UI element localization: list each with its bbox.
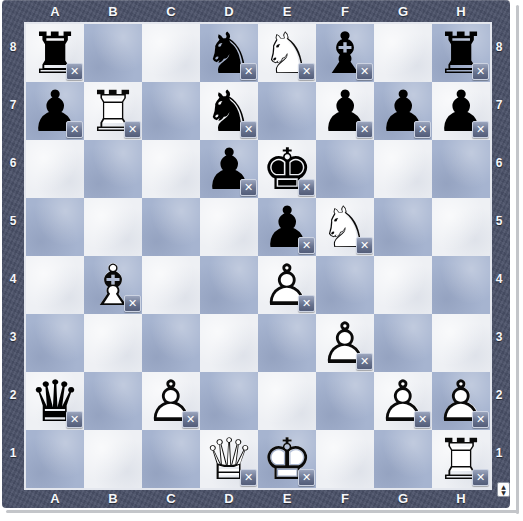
x-marker-icon: ✕ [124, 295, 141, 312]
rank-label-right-1: 1 [496, 446, 503, 460]
square-d4[interactable] [200, 256, 258, 314]
square-f7[interactable]: ♟✕ [316, 82, 374, 140]
square-h1[interactable]: ♜♖✕ [432, 430, 490, 488]
x-marker-icon: ✕ [472, 411, 489, 428]
rank-label-right-3: 3 [496, 330, 503, 344]
square-b3[interactable] [84, 314, 142, 372]
square-g6[interactable] [374, 140, 432, 198]
file-label-bottom-d: D [224, 491, 233, 506]
rank-label-right-5: 5 [496, 214, 503, 228]
square-c6[interactable] [142, 140, 200, 198]
rank-label-left-2: 2 [10, 388, 17, 402]
x-marker-icon: ✕ [298, 295, 315, 312]
square-a4[interactable] [26, 256, 84, 314]
file-label-top-a: A [50, 4, 59, 19]
square-f8[interactable]: ♝✕ [316, 24, 374, 82]
rank-label-right-4: 4 [496, 272, 503, 286]
drop-shadow-right [516, 5, 519, 514]
x-marker-icon: ✕ [298, 63, 315, 80]
x-marker-icon: ✕ [298, 469, 315, 486]
rank-label-left-5: 5 [10, 214, 17, 228]
file-label-bottom-a: A [50, 491, 59, 506]
file-label-bottom-b: B [108, 491, 117, 506]
square-e5[interactable]: ♟✕ [258, 198, 316, 256]
square-f2[interactable] [316, 372, 374, 430]
square-a5[interactable] [26, 198, 84, 256]
rank-label-left-7: 7 [10, 98, 17, 112]
x-marker-icon: ✕ [240, 63, 257, 80]
x-marker-icon: ✕ [298, 179, 315, 196]
square-d5[interactable] [200, 198, 258, 256]
file-label-top-d: D [224, 4, 233, 19]
rank-label-left-4: 4 [10, 272, 17, 286]
square-e4[interactable]: ♟♙✕ [258, 256, 316, 314]
square-b7[interactable]: ♜♖✕ [84, 82, 142, 140]
square-d1[interactable]: ♛♕✕ [200, 430, 258, 488]
square-a6[interactable] [26, 140, 84, 198]
chess-board: ♜✕♞✕♞♘✕♝✕♜✕♟✕♜♖✕♞✕♟✕♟✕♟✕♟✕♚✕♟✕♞♘✕♝♗✕♟♙✕♟… [24, 22, 492, 490]
square-h5[interactable] [432, 198, 490, 256]
square-e8[interactable]: ♞♘✕ [258, 24, 316, 82]
square-a7[interactable]: ♟✕ [26, 82, 84, 140]
square-d2[interactable] [200, 372, 258, 430]
square-g7[interactable]: ♟✕ [374, 82, 432, 140]
rank-label-left-8: 8 [10, 40, 17, 54]
square-h7[interactable]: ♟✕ [432, 82, 490, 140]
square-g3[interactable] [374, 314, 432, 372]
square-c4[interactable] [142, 256, 200, 314]
square-f1[interactable] [316, 430, 374, 488]
square-b8[interactable] [84, 24, 142, 82]
square-g8[interactable] [374, 24, 432, 82]
file-label-bottom-f: F [341, 491, 349, 506]
square-c1[interactable] [142, 430, 200, 488]
square-b4[interactable]: ♝♗✕ [84, 256, 142, 314]
x-marker-icon: ✕ [66, 121, 83, 138]
square-c7[interactable] [142, 82, 200, 140]
x-marker-icon: ✕ [66, 411, 83, 428]
square-c3[interactable] [142, 314, 200, 372]
rank-label-right-6: 6 [496, 156, 503, 170]
square-a1[interactable] [26, 430, 84, 488]
x-marker-icon: ✕ [240, 121, 257, 138]
file-label-bottom-g: G [398, 491, 408, 506]
square-h4[interactable] [432, 256, 490, 314]
file-label-top-h: H [456, 4, 465, 19]
file-label-top-c: C [166, 4, 175, 19]
file-label-bottom-c: C [166, 491, 175, 506]
file-label-bottom-e: E [283, 491, 292, 506]
square-b1[interactable] [84, 430, 142, 488]
square-b5[interactable] [84, 198, 142, 256]
square-g4[interactable] [374, 256, 432, 314]
corner-spin-control[interactable]: ▲ ▼ [497, 482, 510, 497]
drop-shadow-bottom [6, 510, 519, 513]
square-a3[interactable] [26, 314, 84, 372]
x-marker-icon: ✕ [472, 121, 489, 138]
square-g5[interactable] [374, 198, 432, 256]
rank-label-left-1: 1 [10, 446, 17, 460]
square-c2[interactable]: ♟♙✕ [142, 372, 200, 430]
rank-label-left-3: 3 [10, 330, 17, 344]
square-e2[interactable] [258, 372, 316, 430]
x-marker-icon: ✕ [66, 63, 83, 80]
square-a2[interactable]: ♛✕ [26, 372, 84, 430]
square-f6[interactable] [316, 140, 374, 198]
square-c8[interactable] [142, 24, 200, 82]
square-d3[interactable] [200, 314, 258, 372]
square-g1[interactable] [374, 430, 432, 488]
x-marker-icon: ✕ [298, 237, 315, 254]
square-f5[interactable]: ♞♘✕ [316, 198, 374, 256]
chess-board-widget: ♜✕♞✕♞♘✕♝✕♜✕♟✕♜♖✕♞✕♟✕♟✕♟✕♟✕♚✕♟✕♞♘✕♝♗✕♟♙✕♟… [2, 0, 510, 508]
square-h3[interactable] [432, 314, 490, 372]
x-marker-icon: ✕ [356, 121, 373, 138]
x-marker-icon: ✕ [356, 237, 373, 254]
file-label-top-b: B [108, 4, 117, 19]
rank-label-right-8: 8 [496, 40, 503, 54]
x-marker-icon: ✕ [356, 63, 373, 80]
square-e7[interactable] [258, 82, 316, 140]
x-marker-icon: ✕ [124, 121, 141, 138]
square-e1[interactable]: ♚♔✕ [258, 430, 316, 488]
square-a8[interactable]: ♜✕ [26, 24, 84, 82]
file-label-top-g: G [398, 4, 408, 19]
square-f4[interactable] [316, 256, 374, 314]
x-marker-icon: ✕ [472, 63, 489, 80]
x-marker-icon: ✕ [414, 411, 431, 428]
square-h8[interactable]: ♜✕ [432, 24, 490, 82]
square-e3[interactable] [258, 314, 316, 372]
spin-down-icon[interactable]: ▼ [501, 490, 506, 495]
square-g2[interactable]: ♟♙✕ [374, 372, 432, 430]
file-label-top-e: E [283, 4, 292, 19]
square-c5[interactable] [142, 198, 200, 256]
x-marker-icon: ✕ [472, 469, 489, 486]
x-marker-icon: ✕ [240, 179, 257, 196]
x-marker-icon: ✕ [356, 353, 373, 370]
square-b2[interactable] [84, 372, 142, 430]
square-b6[interactable] [84, 140, 142, 198]
square-h2[interactable]: ♟♙✕ [432, 372, 490, 430]
square-d8[interactable]: ♞✕ [200, 24, 258, 82]
x-marker-icon: ✕ [182, 411, 199, 428]
square-f3[interactable]: ♟♙✕ [316, 314, 374, 372]
square-h6[interactable] [432, 140, 490, 198]
rank-label-left-6: 6 [10, 156, 17, 170]
x-marker-icon: ✕ [240, 469, 257, 486]
file-label-top-f: F [341, 4, 349, 19]
rank-label-right-2: 2 [496, 388, 503, 402]
square-e6[interactable]: ♚✕ [258, 140, 316, 198]
square-d6[interactable]: ♟✕ [200, 140, 258, 198]
file-label-bottom-h: H [456, 491, 465, 506]
x-marker-icon: ✕ [414, 121, 431, 138]
rank-label-right-7: 7 [496, 98, 503, 112]
square-d7[interactable]: ♞✕ [200, 82, 258, 140]
